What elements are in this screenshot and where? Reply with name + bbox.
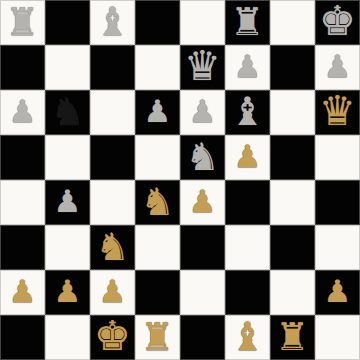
piece-white-pawn[interactable]: ♟: [99, 276, 127, 307]
square-f1[interactable]: ♝: [225, 315, 270, 360]
piece-black-rook[interactable]: ♜: [5, 3, 39, 41]
piece-white-rook[interactable]: ♜: [140, 318, 174, 356]
square-a3[interactable]: [0, 225, 45, 270]
square-a1[interactable]: [0, 315, 45, 360]
square-g7[interactable]: [270, 45, 315, 90]
square-f8[interactable]: ♜: [225, 0, 270, 45]
square-h1[interactable]: [315, 315, 360, 360]
square-e6[interactable]: ♟: [180, 90, 225, 135]
square-f4[interactable]: [225, 180, 270, 225]
piece-black-pawn[interactable]: ♟: [324, 51, 352, 82]
piece-black-pawn[interactable]: ♟: [54, 186, 82, 217]
square-h7[interactable]: ♟: [315, 45, 360, 90]
square-c4[interactable]: [90, 180, 135, 225]
square-g4[interactable]: [270, 180, 315, 225]
square-h4[interactable]: [315, 180, 360, 225]
piece-white-pawn[interactable]: ♟: [234, 141, 262, 172]
square-e5[interactable]: ♞: [180, 135, 225, 180]
square-a2[interactable]: ♟: [0, 270, 45, 315]
square-g5[interactable]: [270, 135, 315, 180]
square-b6[interactable]: ♞: [45, 90, 90, 135]
square-e7[interactable]: ♛: [180, 45, 225, 90]
square-h6[interactable]: ♛: [315, 90, 360, 135]
square-g2[interactable]: [270, 270, 315, 315]
piece-black-bishop[interactable]: ♝: [230, 92, 265, 131]
square-g3[interactable]: [270, 225, 315, 270]
square-f5[interactable]: ♟: [225, 135, 270, 180]
square-e2[interactable]: [180, 270, 225, 315]
piece-white-bishop[interactable]: ♝: [230, 317, 265, 356]
square-g6[interactable]: [270, 90, 315, 135]
square-e4[interactable]: ♟: [180, 180, 225, 225]
square-e1[interactable]: [180, 315, 225, 360]
piece-black-knight[interactable]: ♞: [50, 93, 84, 131]
square-c2[interactable]: ♟: [90, 270, 135, 315]
square-d7[interactable]: [135, 45, 180, 90]
piece-black-pawn[interactable]: ♟: [189, 96, 217, 127]
piece-white-pawn[interactable]: ♟: [324, 276, 352, 307]
piece-black-rook[interactable]: ♜: [230, 3, 264, 41]
square-f7[interactable]: ♟: [225, 45, 270, 90]
square-c5[interactable]: [90, 135, 135, 180]
square-e8[interactable]: [180, 0, 225, 45]
square-b3[interactable]: [45, 225, 90, 270]
square-c1[interactable]: ♚: [90, 315, 135, 360]
square-a6[interactable]: ♟: [0, 90, 45, 135]
square-d2[interactable]: [135, 270, 180, 315]
square-a4[interactable]: [0, 180, 45, 225]
square-f6[interactable]: ♝: [225, 90, 270, 135]
square-e3[interactable]: [180, 225, 225, 270]
square-a8[interactable]: ♜: [0, 0, 45, 45]
chessboard: ♜♝♜♚♛♟♟♟♞♟♟♝♛♞♟♟♞♟♞♟♟♟♟♚♜♝♜: [0, 0, 360, 360]
square-d4[interactable]: ♞: [135, 180, 180, 225]
square-b2[interactable]: ♟: [45, 270, 90, 315]
square-d6[interactable]: ♟: [135, 90, 180, 135]
square-b8[interactable]: [45, 0, 90, 45]
square-b7[interactable]: [45, 45, 90, 90]
square-a7[interactable]: [0, 45, 45, 90]
square-h2[interactable]: ♟: [315, 270, 360, 315]
piece-white-knight[interactable]: ♞: [140, 183, 174, 221]
square-b4[interactable]: ♟: [45, 180, 90, 225]
piece-black-pawn[interactable]: ♟: [9, 96, 37, 127]
piece-white-king[interactable]: ♚: [94, 316, 131, 357]
square-h3[interactable]: [315, 225, 360, 270]
square-d3[interactable]: [135, 225, 180, 270]
square-c6[interactable]: [90, 90, 135, 135]
piece-white-pawn[interactable]: ♟: [9, 276, 37, 307]
square-c3[interactable]: ♞: [90, 225, 135, 270]
piece-black-pawn[interactable]: ♟: [144, 96, 172, 127]
square-b1[interactable]: [45, 315, 90, 360]
piece-white-queen[interactable]: ♛: [319, 91, 356, 132]
square-d1[interactable]: ♜: [135, 315, 180, 360]
piece-white-rook[interactable]: ♜: [275, 318, 309, 356]
piece-black-pawn[interactable]: ♟: [234, 51, 262, 82]
square-h5[interactable]: [315, 135, 360, 180]
square-b5[interactable]: [45, 135, 90, 180]
square-c7[interactable]: [90, 45, 135, 90]
piece-white-knight[interactable]: ♞: [95, 228, 129, 266]
piece-black-king[interactable]: ♚: [319, 1, 356, 42]
square-f3[interactable]: [225, 225, 270, 270]
square-c8[interactable]: ♝: [90, 0, 135, 45]
square-g1[interactable]: ♜: [270, 315, 315, 360]
piece-black-queen[interactable]: ♛: [184, 46, 221, 87]
square-a5[interactable]: [0, 135, 45, 180]
square-d8[interactable]: [135, 0, 180, 45]
square-d5[interactable]: [135, 135, 180, 180]
square-h8[interactable]: ♚: [315, 0, 360, 45]
square-g8[interactable]: [270, 0, 315, 45]
square-f2[interactable]: [225, 270, 270, 315]
piece-white-pawn[interactable]: ♟: [189, 186, 217, 217]
piece-black-bishop[interactable]: ♝: [95, 2, 130, 41]
piece-black-knight[interactable]: ♞: [185, 138, 219, 176]
piece-white-pawn[interactable]: ♟: [54, 276, 82, 307]
